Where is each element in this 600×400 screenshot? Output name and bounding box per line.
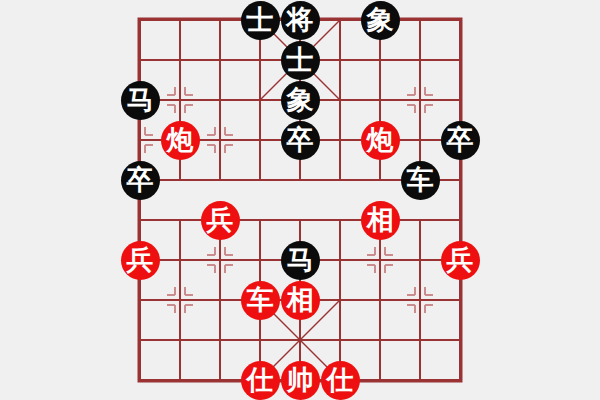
piece-red-elephant[interactable]: 相 (361, 201, 400, 240)
piece-red-advisor[interactable]: 仕 (321, 361, 360, 400)
piece-red-soldier[interactable]: 兵 (201, 201, 240, 240)
piece-black-horse[interactable]: 马 (121, 81, 160, 120)
piece-black-elephant[interactable]: 象 (281, 81, 320, 120)
piece-black-advisor[interactable]: 士 (281, 41, 320, 80)
piece-black-general[interactable]: 将 (281, 1, 320, 40)
piece-red-chariot[interactable]: 车 (241, 281, 280, 320)
piece-black-soldier[interactable]: 卒 (121, 161, 160, 200)
piece-black-soldier[interactable]: 卒 (281, 121, 320, 160)
piece-black-elephant[interactable]: 象 (361, 1, 400, 40)
piece-red-general[interactable]: 帅 (281, 361, 320, 400)
piece-red-soldier[interactable]: 兵 (121, 241, 160, 280)
piece-red-advisor[interactable]: 仕 (241, 361, 280, 400)
pieces-layer: 士将象士马象炮卒炮卒卒车兵相兵马兵车相仕帅仕 (0, 0, 600, 400)
xiangqi-board: 士将象士马象炮卒炮卒卒车兵相兵马兵车相仕帅仕 (0, 0, 600, 400)
piece-black-advisor[interactable]: 士 (241, 1, 280, 40)
piece-red-cannon[interactable]: 炮 (161, 121, 200, 160)
piece-black-chariot[interactable]: 车 (401, 161, 440, 200)
piece-red-cannon[interactable]: 炮 (361, 121, 400, 160)
piece-red-soldier[interactable]: 兵 (441, 241, 480, 280)
piece-black-horse[interactable]: 马 (281, 241, 320, 280)
piece-red-elephant[interactable]: 相 (281, 281, 320, 320)
piece-black-soldier[interactable]: 卒 (441, 121, 480, 160)
